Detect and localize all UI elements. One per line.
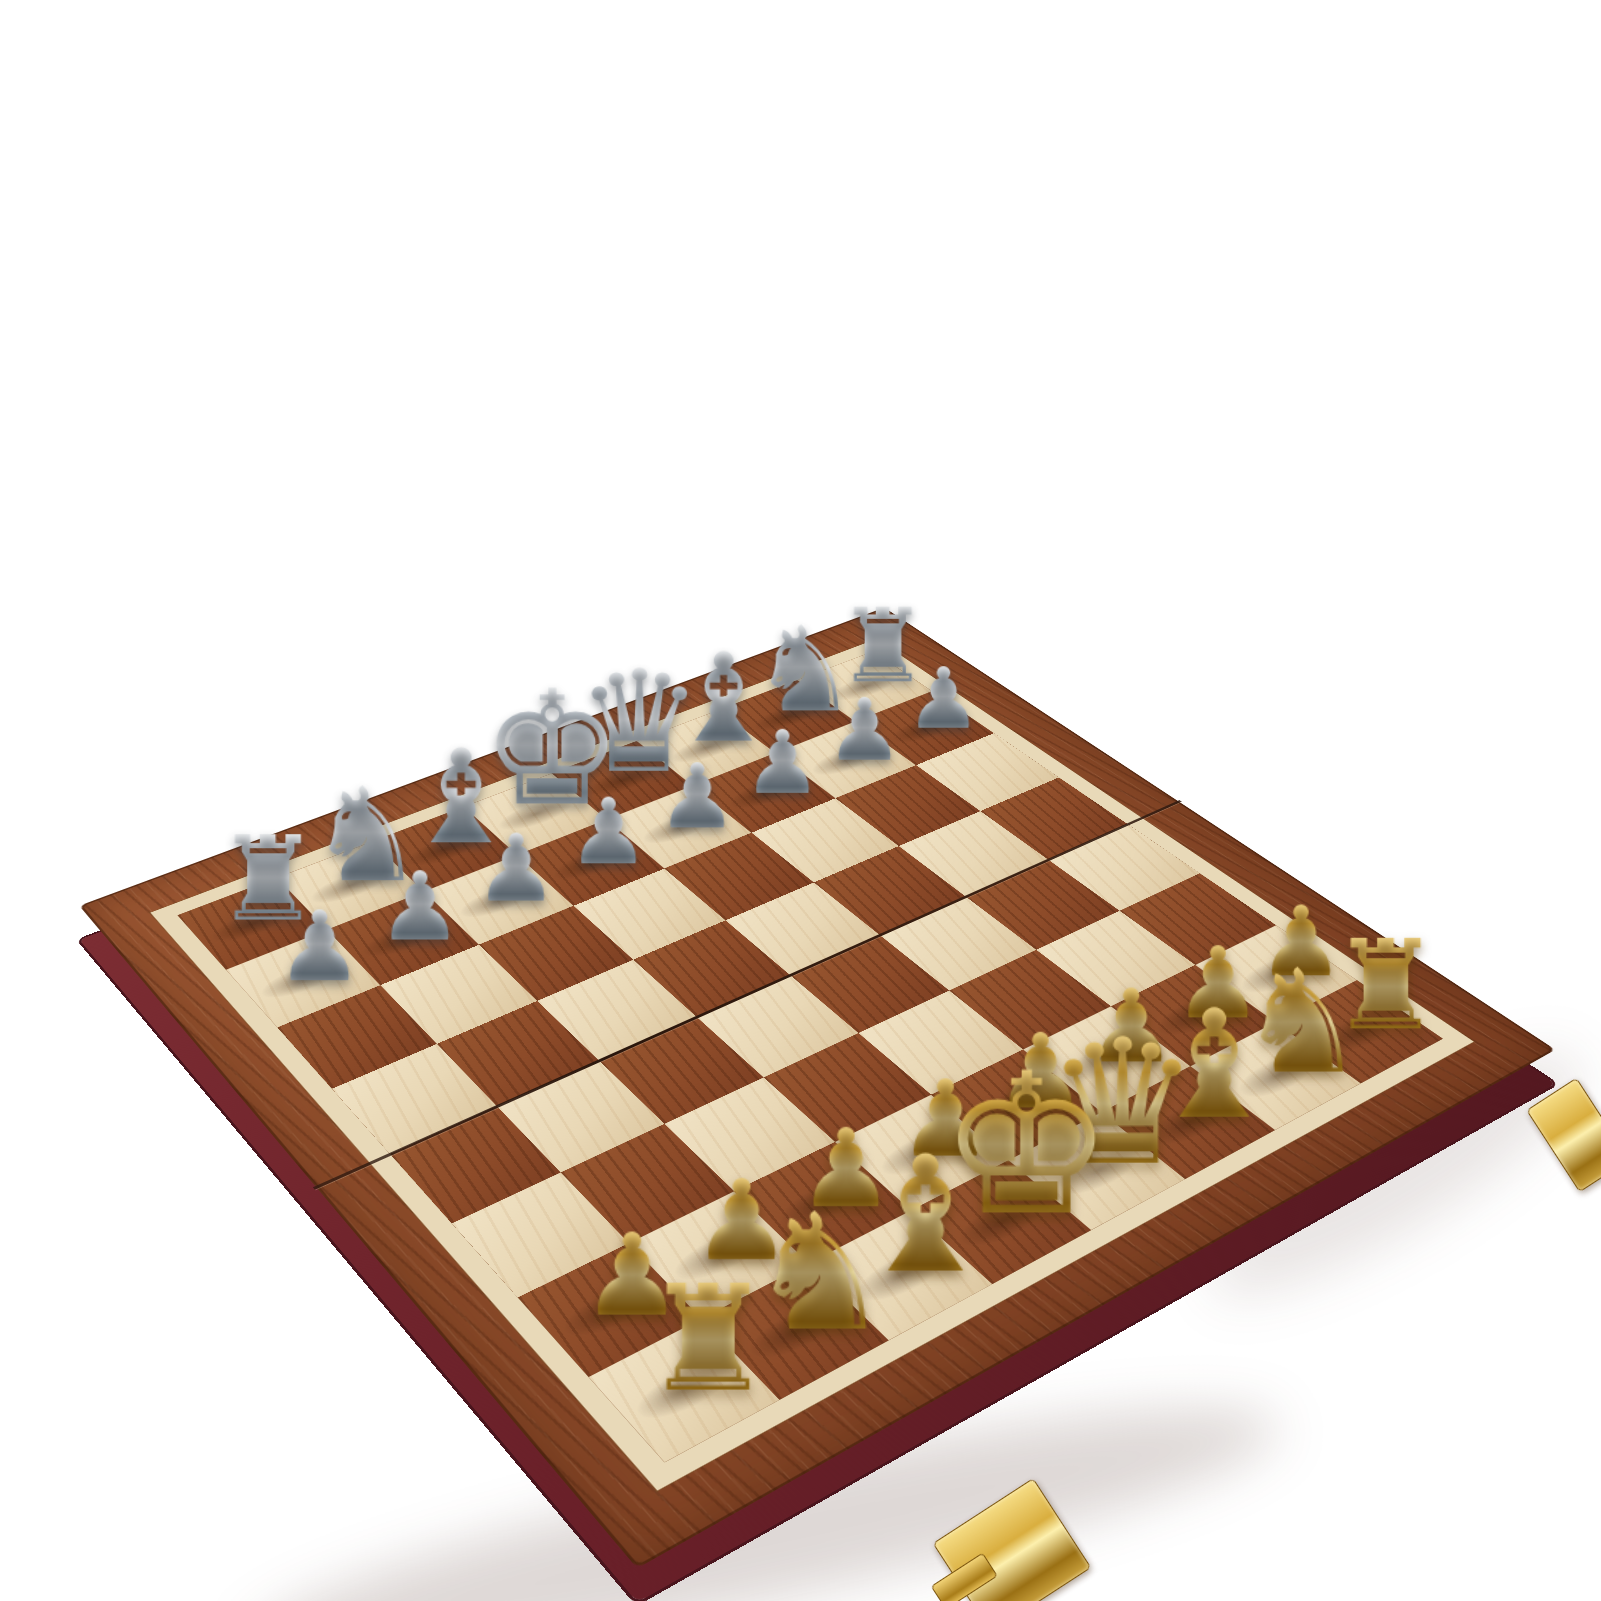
piece-silver-pawn: ♟ <box>474 821 558 914</box>
piece-gold-rook: ♜ <box>641 1267 773 1414</box>
piece-silver-pawn: ♟ <box>742 718 821 806</box>
piece-silver-pawn: ♟ <box>656 751 736 841</box>
piece-silver-pawn: ♟ <box>825 686 902 772</box>
piece-silver-pawn: ♟ <box>275 897 362 994</box>
piece-silver-pawn: ♟ <box>377 858 462 953</box>
chess-board: ♜♞♝♚♛♝♞♜♟♟♟♟♟♟♟♟♟♟♟♟♟♟♟♟♜♞♝♚♛♝♞♜ <box>79 608 1556 1569</box>
piece-silver-pawn: ♟ <box>905 656 981 741</box>
chess-set-photo: ♜♞♝♚♛♝♞♜♟♟♟♟♟♟♟♟♟♟♟♟♟♟♟♟♜♞♝♚♛♝♞♜ <box>0 0 1601 1601</box>
piece-silver-pawn: ♟ <box>567 785 649 876</box>
